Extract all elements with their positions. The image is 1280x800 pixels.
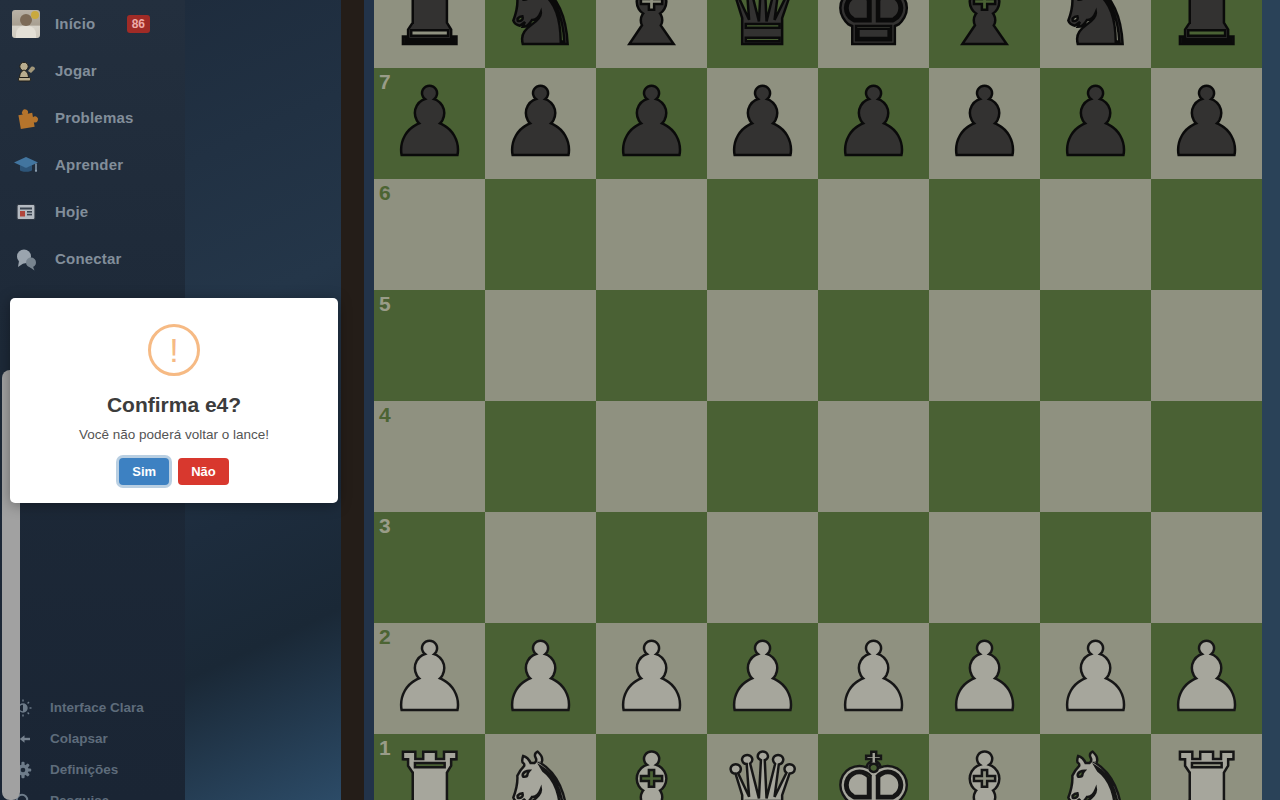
chess-board-area: 8♜♞♝♛♚♝♞♜7♟♟♟♟♟♟♟♟65432♟♟♟♟♟♟♟♟1♜♞♝♛♚♝♞♜ <box>374 0 1262 800</box>
square-e8[interactable]: ♚ <box>818 0 929 68</box>
piece-black-knight[interactable]: ♞ <box>485 0 596 68</box>
square-f6[interactable] <box>929 179 1040 290</box>
dialog-subtitle: Você não poderá voltar o lance! <box>79 427 269 442</box>
square-h7[interactable]: ♟ <box>1151 68 1262 179</box>
sidebar-item-hoje[interactable]: Hoje <box>0 188 185 235</box>
square-a6[interactable]: 6 <box>374 179 485 290</box>
graduation-cap-icon <box>12 151 40 179</box>
piece-black-pawn[interactable]: ♟ <box>485 68 596 179</box>
square-g7[interactable]: ♟ <box>1040 68 1151 179</box>
square-h4[interactable] <box>1151 401 1262 512</box>
square-b1[interactable]: ♞ <box>485 734 596 800</box>
square-b8[interactable]: ♞ <box>485 0 596 68</box>
footer-item-label: Pesquisa <box>50 793 109 800</box>
square-a1[interactable]: 1♜ <box>374 734 485 800</box>
piece-white-pawn[interactable]: ♟ <box>929 623 1040 734</box>
square-b6[interactable] <box>485 179 596 290</box>
square-a8[interactable]: 8♜ <box>374 0 485 68</box>
piece-black-pawn[interactable]: ♟ <box>374 68 485 179</box>
square-b7[interactable]: ♟ <box>485 68 596 179</box>
piece-white-pawn[interactable]: ♟ <box>707 623 818 734</box>
sidebar-item-conectar[interactable]: Conectar <box>0 235 185 282</box>
square-e3[interactable] <box>818 512 929 623</box>
square-f2[interactable]: ♟ <box>929 623 1040 734</box>
square-g3[interactable] <box>1040 512 1151 623</box>
piece-white-knight[interactable]: ♞ <box>1040 734 1151 800</box>
piece-black-rook[interactable]: ♜ <box>1151 0 1262 68</box>
piece-white-king[interactable]: ♚ <box>818 734 929 800</box>
square-d1[interactable]: ♛ <box>707 734 818 800</box>
exclamation-mark: ! <box>169 333 178 367</box>
avatar <box>12 10 40 38</box>
sidebar-item-pesquisa[interactable]: Pesquisa <box>0 785 185 800</box>
square-g4[interactable] <box>1040 401 1151 512</box>
piece-white-bishop[interactable]: ♝ <box>929 734 1040 800</box>
square-g6[interactable] <box>1040 179 1151 290</box>
square-e4[interactable] <box>818 401 929 512</box>
sidebar-item-label: Conectar <box>55 250 122 267</box>
notification-badge: 86 <box>127 15 150 33</box>
chat-bubbles-icon <box>12 245 40 273</box>
square-d7[interactable]: ♟ <box>707 68 818 179</box>
rank-label-6: 6 <box>379 181 391 205</box>
sidebar-item-label: Aprender <box>55 156 123 173</box>
square-f3[interactable] <box>929 512 1040 623</box>
sidebar-item-label: Jogar <box>55 62 97 79</box>
square-b3[interactable] <box>485 512 596 623</box>
piece-black-pawn[interactable]: ♟ <box>596 68 707 179</box>
piece-white-rook[interactable]: ♜ <box>374 734 485 800</box>
square-e5[interactable] <box>818 290 929 401</box>
rank-label-3: 3 <box>379 514 391 538</box>
square-g2[interactable]: ♟ <box>1040 623 1151 734</box>
square-f5[interactable] <box>929 290 1040 401</box>
sidebar-nav: Início 86 Jogar <box>0 0 185 329</box>
piece-white-pawn[interactable]: ♟ <box>596 623 707 734</box>
square-a5[interactable]: 5 <box>374 290 485 401</box>
square-d8[interactable]: ♛ <box>707 0 818 68</box>
square-b2[interactable]: ♟ <box>485 623 596 734</box>
square-d6[interactable] <box>707 179 818 290</box>
square-f1[interactable]: ♝ <box>929 734 1040 800</box>
right-edge-background <box>1262 0 1280 800</box>
square-e2[interactable]: ♟ <box>818 623 929 734</box>
square-d4[interactable] <box>707 401 818 512</box>
square-c4[interactable] <box>596 401 707 512</box>
footer-item-label: Interface Clara <box>50 700 144 715</box>
chess-board: 8♜♞♝♛♚♝♞♜7♟♟♟♟♟♟♟♟65432♟♟♟♟♟♟♟♟1♜♞♝♛♚♝♞♜ <box>374 0 1262 800</box>
square-f8[interactable]: ♝ <box>929 0 1040 68</box>
scrollbar-track <box>341 0 364 800</box>
square-h2[interactable]: ♟ <box>1151 623 1262 734</box>
square-a7[interactable]: 7♟ <box>374 68 485 179</box>
square-c5[interactable] <box>596 290 707 401</box>
piece-black-bishop[interactable]: ♝ <box>929 0 1040 68</box>
sidebar-item-problemas[interactable]: Problemas <box>0 94 185 141</box>
square-a4[interactable]: 4 <box>374 401 485 512</box>
piece-black-knight[interactable]: ♞ <box>1040 0 1151 68</box>
square-h5[interactable] <box>1151 290 1262 401</box>
square-a2[interactable]: 2♟ <box>374 623 485 734</box>
sidebar-item-jogar[interactable]: Jogar <box>0 47 185 94</box>
square-e7[interactable]: ♟ <box>818 68 929 179</box>
confirm-move-dialog: ! Confirma e4? Você não poderá voltar o … <box>10 298 338 503</box>
premium-dot-icon <box>31 11 39 19</box>
rank-label-5: 5 <box>379 292 391 316</box>
sidebar-item-interface-clara[interactable]: Interface Clara <box>0 692 185 723</box>
app-window: Início 86 Jogar <box>0 0 1280 800</box>
piece-black-bishop[interactable]: ♝ <box>596 0 707 68</box>
square-c7[interactable]: ♟ <box>596 68 707 179</box>
square-g1[interactable]: ♞ <box>1040 734 1151 800</box>
sidebar-item-label: Problemas <box>55 109 134 126</box>
square-c8[interactable]: ♝ <box>596 0 707 68</box>
square-a3[interactable]: 3 <box>374 512 485 623</box>
piece-black-pawn[interactable]: ♟ <box>707 68 818 179</box>
sidebar-item-colapsar[interactable]: Colapsar <box>0 723 185 754</box>
sidebar-item-label: Hoje <box>55 203 88 220</box>
piece-white-pawn[interactable]: ♟ <box>374 623 485 734</box>
cancel-button[interactable]: Não <box>178 458 229 485</box>
sidebar-item-definicoes[interactable]: Definições <box>0 754 185 785</box>
sidebar-item-label: Início <box>55 15 95 32</box>
square-e1[interactable]: ♚ <box>818 734 929 800</box>
piece-white-knight[interactable]: ♞ <box>485 734 596 800</box>
square-f7[interactable]: ♟ <box>929 68 1040 179</box>
square-c2[interactable]: ♟ <box>596 623 707 734</box>
piece-black-pawn[interactable]: ♟ <box>1040 68 1151 179</box>
piece-white-bishop[interactable]: ♝ <box>596 734 707 800</box>
user-avatar <box>12 10 40 38</box>
square-h8[interactable]: ♜ <box>1151 0 1262 68</box>
piece-black-queen[interactable]: ♛ <box>707 0 818 68</box>
piece-white-pawn[interactable]: ♟ <box>1151 623 1262 734</box>
square-b5[interactable] <box>485 290 596 401</box>
newspaper-icon <box>12 198 40 226</box>
square-h3[interactable] <box>1151 512 1262 623</box>
square-h6[interactable] <box>1151 179 1262 290</box>
square-c6[interactable] <box>596 179 707 290</box>
square-c1[interactable]: ♝ <box>596 734 707 800</box>
piece-black-rook[interactable]: ♜ <box>374 0 485 68</box>
footer-item-label: Colapsar <box>50 731 108 746</box>
piece-black-pawn[interactable]: ♟ <box>1151 68 1262 179</box>
piece-white-queen[interactable]: ♛ <box>707 734 818 800</box>
puzzle-piece-icon <box>12 104 40 132</box>
piece-white-pawn[interactable]: ♟ <box>485 623 596 734</box>
square-g8[interactable]: ♞ <box>1040 0 1151 68</box>
dialog-buttons: Sim Não <box>119 458 228 485</box>
square-d2[interactable]: ♟ <box>707 623 818 734</box>
piece-white-pawn[interactable]: ♟ <box>818 623 929 734</box>
confirm-button[interactable]: Sim <box>119 458 169 485</box>
square-h1[interactable]: ♜ <box>1151 734 1262 800</box>
piece-black-pawn[interactable]: ♟ <box>929 68 1040 179</box>
square-d5[interactable] <box>707 290 818 401</box>
panel-divider <box>364 0 374 800</box>
dialog-title: Confirma e4? <box>107 393 241 417</box>
footer-item-label: Definições <box>50 762 118 777</box>
piece-black-pawn[interactable]: ♟ <box>818 68 929 179</box>
sidebar-footer: Interface Clara Colapsar <box>0 692 185 800</box>
rank-label-4: 4 <box>379 403 391 427</box>
piece-white-pawn[interactable]: ♟ <box>1040 623 1151 734</box>
sidebar-item-aprender[interactable]: Aprender <box>0 141 185 188</box>
sidebar-item-inicio[interactable]: Início 86 <box>0 0 185 47</box>
square-c3[interactable] <box>596 512 707 623</box>
square-b4[interactable] <box>485 401 596 512</box>
square-f4[interactable] <box>929 401 1040 512</box>
square-e6[interactable] <box>818 179 929 290</box>
piece-white-rook[interactable]: ♜ <box>1151 734 1262 800</box>
hand-pawn-icon <box>12 57 40 85</box>
square-g5[interactable] <box>1040 290 1151 401</box>
piece-black-king[interactable]: ♚ <box>818 0 929 68</box>
square-d3[interactable] <box>707 512 818 623</box>
warning-exclamation-icon: ! <box>148 324 200 376</box>
